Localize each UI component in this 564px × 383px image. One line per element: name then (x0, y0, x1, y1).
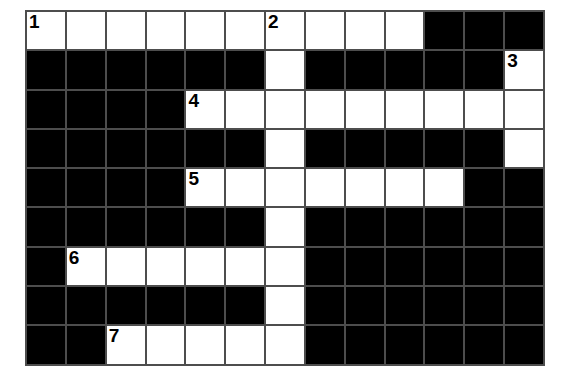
cell-r8c9-black (346, 287, 384, 324)
cell-r3c11[interactable] (425, 91, 463, 128)
cell-r6c10-black (386, 208, 424, 245)
cell-r7c12-black (465, 248, 503, 285)
cell-r3c2-black (67, 91, 105, 128)
cell-r2c10-black (386, 51, 424, 88)
cell-r3c13[interactable] (505, 91, 543, 128)
cell-r1c7[interactable]: 2 (266, 12, 304, 49)
cell-r5c3-black (107, 169, 145, 206)
cell-r8c5-black (186, 287, 224, 324)
cell-r4c10-black (386, 130, 424, 167)
cell-r5c12-black (465, 169, 503, 206)
cell-r3c1-black (27, 91, 65, 128)
cell-r9c5[interactable] (186, 326, 224, 363)
clue-number-1: 1 (29, 12, 40, 31)
cell-r6c11-black (425, 208, 463, 245)
cell-r1c4[interactable] (147, 12, 185, 49)
cell-r4c8-black (306, 130, 344, 167)
cell-r2c2-black (67, 51, 105, 88)
cell-r8c8-black (306, 287, 344, 324)
clue-number-3: 3 (507, 51, 518, 70)
cell-r6c6-black (226, 208, 264, 245)
cell-r7c1-black (27, 248, 65, 285)
cell-r1c8[interactable] (306, 12, 344, 49)
cell-r4c3-black (107, 130, 145, 167)
cell-r5c9[interactable] (346, 169, 384, 206)
cell-r3c9[interactable] (346, 91, 384, 128)
cell-r8c10-black (386, 287, 424, 324)
cell-r2c7[interactable] (266, 51, 304, 88)
cell-r2c3-black (107, 51, 145, 88)
cell-r5c11[interactable] (425, 169, 463, 206)
cell-r9c2-black (67, 326, 105, 363)
cell-r6c2-black (67, 208, 105, 245)
cell-r9c12-black (465, 326, 503, 363)
cell-r5c4-black (147, 169, 185, 206)
cell-r6c1-black (27, 208, 65, 245)
cell-r2c9-black (346, 51, 384, 88)
cell-r6c13-black (505, 208, 543, 245)
cell-r2c8-black (306, 51, 344, 88)
cell-r5c1-black (27, 169, 65, 206)
cell-r6c5-black (186, 208, 224, 245)
cell-r2c4-black (147, 51, 185, 88)
cell-r7c11-black (425, 248, 463, 285)
cell-r3c10[interactable] (386, 91, 424, 128)
cell-r8c6-black (226, 287, 264, 324)
cell-r1c13-black (505, 12, 543, 49)
cell-r1c10[interactable] (386, 12, 424, 49)
cell-r5c2-black (67, 169, 105, 206)
cell-r9c10-black (386, 326, 424, 363)
cell-r2c1-black (27, 51, 65, 88)
cell-r1c12-black (465, 12, 503, 49)
cell-r1c2[interactable] (67, 12, 105, 49)
cell-r3c6[interactable] (226, 91, 264, 128)
cell-r3c8[interactable] (306, 91, 344, 128)
cell-r8c11-black (425, 287, 463, 324)
cell-r8c4-black (147, 287, 185, 324)
cell-r6c8-black (306, 208, 344, 245)
crossword-board: 1234567 (25, 10, 545, 366)
cell-r5c5[interactable]: 5 (186, 169, 224, 206)
cell-r4c12-black (465, 130, 503, 167)
cell-r6c9-black (346, 208, 384, 245)
cell-r4c5-black (186, 130, 224, 167)
cell-r9c7[interactable] (266, 326, 304, 363)
cell-r3c3-black (107, 91, 145, 128)
cell-r7c9-black (346, 248, 384, 285)
cell-r5c13-black (505, 169, 543, 206)
cell-r3c12[interactable] (465, 91, 503, 128)
page: 1234567 (0, 0, 564, 383)
cell-r5c8[interactable] (306, 169, 344, 206)
cell-r4c13[interactable] (505, 130, 543, 167)
cell-r7c7[interactable] (266, 248, 304, 285)
cell-r6c3-black (107, 208, 145, 245)
cell-r7c5[interactable] (186, 248, 224, 285)
cell-r9c6[interactable] (226, 326, 264, 363)
cell-r4c11-black (425, 130, 463, 167)
clue-number-6: 6 (69, 248, 80, 267)
cell-r3c4-black (147, 91, 185, 128)
cell-r9c8-black (306, 326, 344, 363)
cell-r8c3-black (107, 287, 145, 324)
cell-r1c5[interactable] (186, 12, 224, 49)
cell-r3c7[interactable] (266, 91, 304, 128)
cell-r7c2[interactable]: 6 (67, 248, 105, 285)
cell-r1c6[interactable] (226, 12, 264, 49)
clue-number-7: 7 (109, 326, 120, 345)
cell-r8c7[interactable] (266, 287, 304, 324)
cell-r5c7[interactable] (266, 169, 304, 206)
cell-r5c6[interactable] (226, 169, 264, 206)
cell-r2c13[interactable]: 3 (505, 51, 543, 88)
cell-r1c3[interactable] (107, 12, 145, 49)
cell-r5c10[interactable] (386, 169, 424, 206)
cell-r8c12-black (465, 287, 503, 324)
cell-r7c8-black (306, 248, 344, 285)
cell-r2c12-black (465, 51, 503, 88)
cell-r7c3[interactable] (107, 248, 145, 285)
cell-r4c2-black (67, 130, 105, 167)
clue-number-2: 2 (268, 12, 279, 31)
cell-r9c3[interactable]: 7 (107, 326, 145, 363)
cell-r8c2-black (67, 287, 105, 324)
clue-number-5: 5 (188, 169, 199, 188)
cell-r1c11-black (425, 12, 463, 49)
cell-r4c7[interactable] (266, 130, 304, 167)
cell-r4c6-black (226, 130, 264, 167)
cell-r2c6-black (226, 51, 264, 88)
cell-r2c5-black (186, 51, 224, 88)
cell-r7c6[interactable] (226, 248, 264, 285)
cell-r6c4-black (147, 208, 185, 245)
cell-r3c5[interactable]: 4 (186, 91, 224, 128)
cell-r1c9[interactable] (346, 12, 384, 49)
cell-r6c7[interactable] (266, 208, 304, 245)
cell-r4c1-black (27, 130, 65, 167)
cell-r9c1-black (27, 326, 65, 363)
cell-r1c1[interactable]: 1 (27, 12, 65, 49)
cell-r7c13-black (505, 248, 543, 285)
cell-r7c4[interactable] (147, 248, 185, 285)
cell-r8c1-black (27, 287, 65, 324)
cell-r4c9-black (346, 130, 384, 167)
cell-r7c10-black (386, 248, 424, 285)
cell-r9c4[interactable] (147, 326, 185, 363)
clue-number-4: 4 (188, 91, 199, 110)
cell-r8c13-black (505, 287, 543, 324)
cell-r2c11-black (425, 51, 463, 88)
cell-r9c11-black (425, 326, 463, 363)
cell-r4c4-black (147, 130, 185, 167)
cell-r9c9-black (346, 326, 384, 363)
cell-r9c13-black (505, 326, 543, 363)
cell-r6c12-black (465, 208, 503, 245)
